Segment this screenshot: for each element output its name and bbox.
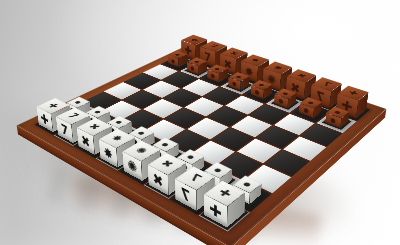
piece-symbol-top: ● [114,119,124,124]
piece-symbol-front: ● [171,58,175,65]
piece-symbol-top: ● [242,180,253,187]
piece-symbol-top: 7 [66,112,81,119]
piece-symbol-front: ● [304,106,310,114]
piece-symbol-front: ● [278,97,283,105]
piece-symbol-front: ● [255,88,260,95]
piece-symbol-top: ✺ [271,64,284,70]
piece-brown-pawn-d7: ●● [228,81,249,91]
piece-symbol-top: ● [235,74,243,78]
piece-symbol-top: ● [213,166,224,172]
piece-symbol-top: ✖ [86,122,102,130]
piece-symbol-top: ✖ [158,158,176,168]
piece-symbol-top: ● [193,60,201,63]
piece-symbol-front: ● [211,72,215,79]
piece-symbol-top: ● [333,110,342,115]
scene: ✚✚77✖✖✸✸✺✺✖✖77✚✚●●●●●●●●●●●●●●●●●●●●●●●●… [0,0,400,245]
piece-symbol-front: ● [330,116,336,124]
piece-symbol-top: ● [74,100,83,104]
piece-symbol-top: ✖ [295,72,308,78]
piece-symbol-top: ✚ [188,37,200,42]
chess-board: ✚✚77✖✖✸✸✺✺✖✖77✚✚●●●●●●●●●●●●●●●●●●●●●●●●… [17,43,387,245]
piece-symbol-top: ✚ [346,89,360,96]
piece-symbol-top: ✸ [109,133,126,142]
piece-symbol-top: ✺ [133,145,150,155]
piece-symbol-top: ● [174,53,182,56]
piece-symbol-front: ● [191,65,195,72]
piece-symbol-top: ● [93,109,102,114]
piece-symbol-front: ● [232,80,236,87]
chess-set-render: ✚✚77✖✖✸✸✺✺✖✖77✚✚●●●●●●●●●●●●●●●●●●●●●●●●… [0,0,400,245]
piece-brown-pawn-g7: ●● [299,106,322,118]
piece-symbol-top: ● [282,91,290,95]
piece-symbol-top: ✸ [249,57,262,63]
piece-symbol-top: ● [307,100,316,104]
piece-symbol-top: ● [214,67,222,71]
piece-symbol-top: ● [186,153,196,159]
piece-symbol-front: 7 [181,185,191,205]
board-pieces: ✚✚77✖✖✸✸✺✺✖✖77✚✚●●●●●●●●●●●●●●●●●●●●●●●●… [34,48,370,231]
piece-symbol-top: ● [161,141,171,147]
piece-symbol-top: 7 [208,44,219,49]
piece-symbol-top: 7 [321,81,333,87]
piece-brown-pawn-a7: ●● [168,59,188,67]
piece-symbol-front: 7 [60,121,68,138]
piece-symbol-top: ● [137,130,147,135]
piece-brown-pawn-f7: ●● [274,97,296,108]
piece-symbol-top: 7 [187,172,204,182]
piece-symbol-top: ✚ [45,102,61,109]
piece-brown-pawn-h7: ●● [325,116,348,128]
piece-symbol-top: ✖ [228,50,240,55]
piece-symbol-top: ✚ [215,186,234,198]
piece-symbol-top: ● [258,82,266,86]
